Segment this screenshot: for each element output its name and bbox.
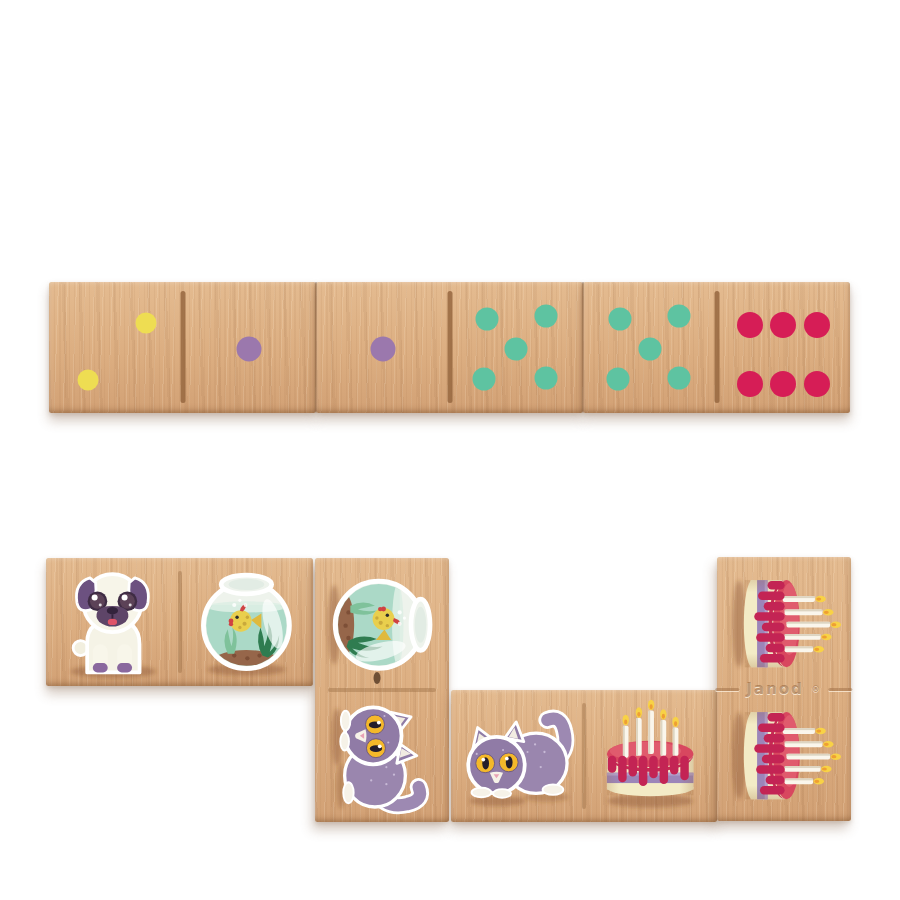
janod-logo: Janod® <box>715 680 852 698</box>
domino-half-five-teal <box>583 282 717 413</box>
domino-half-dog <box>46 558 180 686</box>
teal-pip <box>606 367 629 390</box>
domino-fishbowl-cat[interactable] <box>315 558 449 822</box>
red-pip <box>804 312 830 338</box>
domino-divider-line <box>178 571 182 673</box>
domino-half-six-red <box>717 282 851 413</box>
teal-pip <box>609 307 632 330</box>
domino-half-cat <box>315 690 449 822</box>
domino-dog-fishbowl[interactable] <box>46 558 313 686</box>
red-pip <box>770 312 796 338</box>
wood-knot <box>373 672 380 684</box>
dog-illustration <box>51 562 174 684</box>
teal-pip <box>473 367 496 390</box>
yellow-pip <box>77 370 98 391</box>
teal-pip <box>668 366 691 389</box>
logo-dash-right <box>829 688 853 691</box>
registered-mark: ® <box>812 685 822 694</box>
cake-illustration <box>722 561 845 686</box>
logo-text: Janod <box>746 680 803 698</box>
fishbowl-illustration <box>185 562 308 684</box>
fishbowl-illustration <box>320 562 443 687</box>
domino-divider-line <box>447 291 452 402</box>
domino-half-fishbowl <box>180 558 314 686</box>
cat-illustration <box>320 694 443 819</box>
domino-half-cake <box>717 689 851 821</box>
domino-half-fishbowl <box>315 558 449 690</box>
domino-cake-cake[interactable]: Janod® <box>717 557 851 821</box>
yellow-pip <box>136 312 157 333</box>
logo-dash-left <box>715 688 739 691</box>
red-pip <box>804 371 830 397</box>
cake-illustration <box>722 693 845 818</box>
domino-dots-2[interactable] <box>316 282 583 413</box>
domino-half-five-teal <box>450 282 584 413</box>
domino-divider-line <box>180 291 185 402</box>
domino-half-cake <box>584 690 717 822</box>
domino-dots-3[interactable] <box>583 282 850 413</box>
cat-illustration <box>456 694 578 819</box>
teal-pip <box>534 305 557 328</box>
teal-pip <box>475 307 498 330</box>
domino-half-one-purple <box>183 282 317 413</box>
red-pip <box>770 371 796 397</box>
purple-pip <box>370 336 395 361</box>
domino-cat-cake[interactable] <box>451 690 717 822</box>
domino-divider-line <box>328 688 435 692</box>
domino-half-cake <box>717 557 851 689</box>
red-pip <box>737 371 763 397</box>
domino-divider-line <box>714 291 719 402</box>
domino-divider-line <box>582 703 586 809</box>
cake-illustration <box>589 694 711 819</box>
red-pip <box>737 312 763 338</box>
teal-pip <box>505 337 528 360</box>
white-tabletop: Janod® <box>0 0 900 900</box>
domino-half-cat <box>451 690 584 822</box>
teal-pip <box>638 337 661 360</box>
domino-half-one-purple <box>316 282 450 413</box>
teal-pip <box>534 366 557 389</box>
purple-pip <box>237 336 262 361</box>
teal-pip <box>668 305 691 328</box>
domino-dots-1[interactable] <box>49 282 316 413</box>
domino-half-two-yellow <box>49 282 183 413</box>
